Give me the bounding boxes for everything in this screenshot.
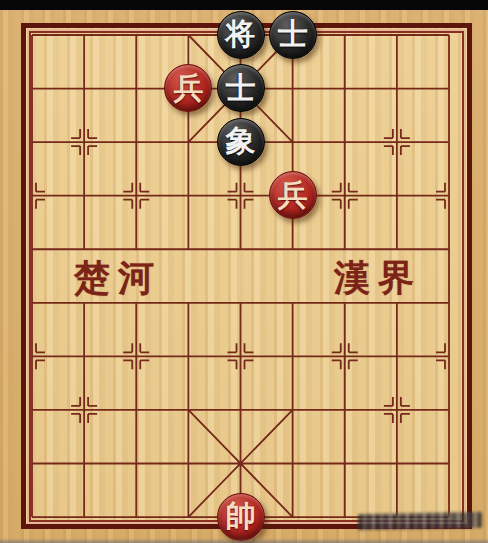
watermark-blur [358,512,482,530]
bottom-shade [0,538,488,543]
piece-black-general[interactable]: 将 [217,11,265,59]
piece-black-advisor[interactable]: 士 [217,64,265,112]
piece-red-general[interactable]: 帥 [217,493,265,541]
piece-red-soldier[interactable]: 兵 [269,171,317,219]
piece-red-soldier[interactable]: 兵 [164,64,212,112]
piece-black-advisor[interactable]: 士 [269,11,317,59]
xiangqi-board[interactable]: 将士兵士象兵帥 [6,8,475,543]
letterbox-top [0,0,488,10]
piece-black-elephant[interactable]: 象 [217,118,265,166]
